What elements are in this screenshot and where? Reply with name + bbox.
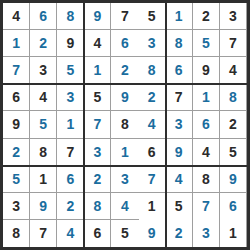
cell-r1c7[interactable]: 1 (166, 3, 193, 30)
cell-r2c8[interactable]: 5 (193, 30, 220, 57)
cell-r9c1[interactable]: 8 (3, 220, 30, 247)
cell-r3c8[interactable]: 9 (193, 57, 220, 84)
cell-r9c2[interactable]: 7 (30, 220, 57, 247)
cell-r2c3[interactable]: 9 (57, 30, 84, 57)
cell-r8c6[interactable]: 1 (139, 193, 166, 220)
cell-r7c5[interactable]: 3 (111, 166, 138, 193)
cell-r8c5[interactable]: 4 (111, 193, 138, 220)
cell-r1c3[interactable]: 8 (57, 3, 84, 30)
cell-r9c4[interactable]: 6 (84, 220, 111, 247)
cell-r3c5[interactable]: 2 (111, 57, 138, 84)
cell-r7c9[interactable]: 9 (220, 166, 247, 193)
cell-r3c2[interactable]: 3 (30, 57, 57, 84)
cell-r1c1[interactable]: 4 (3, 3, 30, 30)
cell-r9c9[interactable]: 1 (220, 220, 247, 247)
cell-r2c2[interactable]: 2 (30, 30, 57, 57)
sudoku-board: 4689751231294638577351286946435927189517… (0, 0, 250, 250)
cell-r4c8[interactable]: 1 (193, 84, 220, 111)
cell-r6c5[interactable]: 1 (111, 139, 138, 166)
cell-r4c3[interactable]: 3 (57, 84, 84, 111)
cell-r6c7[interactable]: 9 (166, 139, 193, 166)
cell-r5c9[interactable]: 2 (220, 111, 247, 138)
cell-r1c2[interactable]: 6 (30, 3, 57, 30)
cell-r5c3[interactable]: 1 (57, 111, 84, 138)
cell-r4c6[interactable]: 2 (139, 84, 166, 111)
cell-r2c5[interactable]: 6 (111, 30, 138, 57)
cell-r3c7[interactable]: 6 (166, 57, 193, 84)
cell-r8c7[interactable]: 5 (166, 193, 193, 220)
cell-r7c2[interactable]: 1 (30, 166, 57, 193)
cell-r5c4[interactable]: 7 (84, 111, 111, 138)
cell-r2c9[interactable]: 7 (220, 30, 247, 57)
cell-r8c8[interactable]: 7 (193, 193, 220, 220)
cell-r1c4[interactable]: 9 (84, 3, 111, 30)
cell-r5c6[interactable]: 4 (139, 111, 166, 138)
cell-r5c2[interactable]: 5 (30, 111, 57, 138)
cell-r2c6[interactable]: 3 (139, 30, 166, 57)
cell-r6c8[interactable]: 4 (193, 139, 220, 166)
cell-r4c5[interactable]: 9 (111, 84, 138, 111)
cell-r4c4[interactable]: 5 (84, 84, 111, 111)
cell-r1c8[interactable]: 2 (193, 3, 220, 30)
cell-r7c7[interactable]: 4 (166, 166, 193, 193)
cell-r3c4[interactable]: 1 (84, 57, 111, 84)
cell-r9c6[interactable]: 9 (139, 220, 166, 247)
cell-r6c4[interactable]: 3 (84, 139, 111, 166)
cell-r3c3[interactable]: 5 (57, 57, 84, 84)
cell-r4c9[interactable]: 8 (220, 84, 247, 111)
cell-r6c2[interactable]: 8 (30, 139, 57, 166)
cell-r3c1[interactable]: 7 (3, 57, 30, 84)
cell-r2c7[interactable]: 8 (166, 30, 193, 57)
cell-r8c9[interactable]: 6 (220, 193, 247, 220)
cell-r5c1[interactable]: 9 (3, 111, 30, 138)
cell-r3c9[interactable]: 4 (220, 57, 247, 84)
cell-r2c4[interactable]: 4 (84, 30, 111, 57)
cell-r5c8[interactable]: 6 (193, 111, 220, 138)
cell-r1c6[interactable]: 5 (139, 3, 166, 30)
cell-r9c3[interactable]: 4 (57, 220, 84, 247)
cell-r7c4[interactable]: 2 (84, 166, 111, 193)
cell-r2c1[interactable]: 1 (3, 30, 30, 57)
cell-r6c1[interactable]: 2 (3, 139, 30, 166)
cell-r9c8[interactable]: 3 (193, 220, 220, 247)
cell-r7c6[interactable]: 7 (139, 166, 166, 193)
cell-r8c2[interactable]: 9 (30, 193, 57, 220)
cell-r3c6[interactable]: 8 (139, 57, 166, 84)
cell-r6c9[interactable]: 5 (220, 139, 247, 166)
cell-r9c7[interactable]: 2 (166, 220, 193, 247)
cell-r4c7[interactable]: 7 (166, 84, 193, 111)
cell-r7c3[interactable]: 6 (57, 166, 84, 193)
cell-r8c1[interactable]: 3 (3, 193, 30, 220)
cell-r8c4[interactable]: 8 (84, 193, 111, 220)
cell-r4c2[interactable]: 4 (30, 84, 57, 111)
cell-r8c3[interactable]: 2 (57, 193, 84, 220)
cell-r7c8[interactable]: 8 (193, 166, 220, 193)
cell-r9c5[interactable]: 5 (111, 220, 138, 247)
cell-r5c7[interactable]: 3 (166, 111, 193, 138)
cell-r1c5[interactable]: 7 (111, 3, 138, 30)
cell-r7c1[interactable]: 5 (3, 166, 30, 193)
cell-r4c1[interactable]: 6 (3, 84, 30, 111)
cell-r6c3[interactable]: 7 (57, 139, 84, 166)
cell-r1c9[interactable]: 3 (220, 3, 247, 30)
cell-r5c5[interactable]: 8 (111, 111, 138, 138)
cell-r6c6[interactable]: 6 (139, 139, 166, 166)
